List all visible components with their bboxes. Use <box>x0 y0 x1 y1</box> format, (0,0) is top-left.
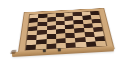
square-e1[interactable] <box>66 42 76 48</box>
square-f1[interactable] <box>76 42 87 48</box>
square-h1[interactable] <box>95 41 106 46</box>
hinge <box>58 48 61 51</box>
board-grid <box>25 11 108 51</box>
hinge <box>43 49 46 52</box>
board-photo <box>0 0 120 74</box>
square-c1[interactable] <box>46 43 56 49</box>
square-a1[interactable] <box>26 44 36 50</box>
board-corner-shadow <box>10 49 17 53</box>
